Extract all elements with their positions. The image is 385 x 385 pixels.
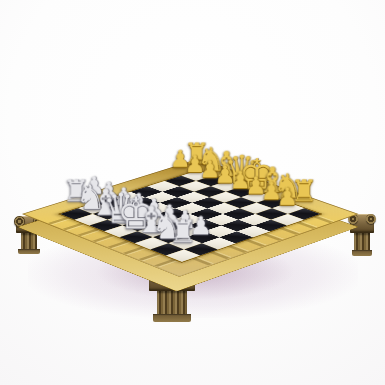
perspective-wrapper: ♜♞♝♛♚♝♞♜♟♟♟♟♟♟♟♟♟♟♟♟♟♟♟♟♜♞♝♛♚♝♞♜ — [0, 0, 385, 385]
chess-set-product-photo: ♜♞♝♛♚♝♞♜♟♟♟♟♟♟♟♟♟♟♟♟♟♟♟♟♜♞♝♛♚♝♞♜ — [0, 0, 385, 385]
board-brass-frame: ♜♞♝♛♚♝♞♜♟♟♟♟♟♟♟♟♟♟♟♟♟♟♟♟♜♞♝♛♚♝♞♜ — [22, 159, 359, 277]
chess-board: ♜♞♝♛♚♝♞♜♟♟♟♟♟♟♟♟♟♟♟♟♟♟♟♟♜♞♝♛♚♝♞♜ — [22, 159, 359, 277]
scene: ♜♞♝♛♚♝♞♜♟♟♟♟♟♟♟♟♟♟♟♟♟♟♟♟♜♞♝♛♚♝♞♜ — [0, 0, 385, 385]
